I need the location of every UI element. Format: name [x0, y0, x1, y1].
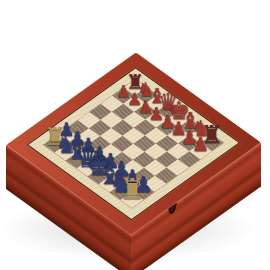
piece-black-pawn-h7[interactable]: ♟ [192, 136, 210, 156]
piece-white-rook-h1[interactable]: ♜ [119, 175, 145, 204]
chess-set-photo: ♜♞♝♛♚♝♞♜♟♟♟♟♟♟♟♟♟♟♟♟♟♟♟♟♜♞♝♛♚♝♞♜ [0, 0, 270, 270]
